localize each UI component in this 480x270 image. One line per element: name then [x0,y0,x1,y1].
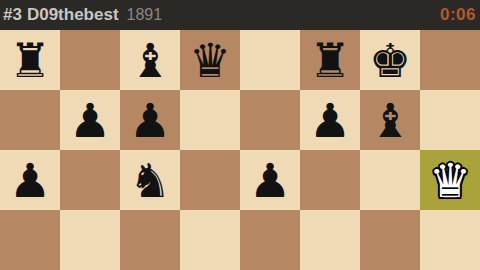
square-f5[interactable] [300,210,360,270]
black-queen: ♛ [180,30,240,90]
square-c6[interactable]: ♞ [120,150,180,210]
square-e7[interactable] [240,90,300,150]
square-f8[interactable]: ♜ [300,30,360,90]
black-pawn: ♟ [60,90,120,150]
square-g5[interactable] [360,210,420,270]
square-a7[interactable] [0,90,60,150]
black-bishop: ♝ [120,30,180,90]
player-rating: 1891 [127,6,163,24]
square-f7[interactable]: ♟ [300,90,360,150]
black-knight: ♞ [120,150,180,210]
square-c8[interactable]: ♝ [120,30,180,90]
square-b5[interactable] [60,210,120,270]
black-pawn: ♟ [300,90,360,150]
chess-tv-screen: #3 D09thebest 1891 0:06 ♜♝♛♜♚♟♟♟♝♟♞♟♛ [0,0,480,270]
black-pawn: ♟ [0,150,60,210]
black-rook: ♜ [0,30,60,90]
square-g8[interactable]: ♚ [360,30,420,90]
square-a8[interactable]: ♜ [0,30,60,90]
square-h8[interactable] [420,30,480,90]
player-clock: 0:06 [440,5,476,25]
black-pawn: ♟ [240,150,300,210]
square-a5[interactable] [0,210,60,270]
white-queen: ♛ [420,150,480,210]
square-h6[interactable]: ♛ [420,150,480,210]
square-g6[interactable] [360,150,420,210]
square-b8[interactable] [60,30,120,90]
square-h5[interactable] [420,210,480,270]
square-b6[interactable] [60,150,120,210]
black-king: ♚ [360,30,420,90]
square-g7[interactable]: ♝ [360,90,420,150]
black-bishop: ♝ [360,90,420,150]
square-f6[interactable] [300,150,360,210]
square-c5[interactable] [120,210,180,270]
square-d5[interactable] [180,210,240,270]
square-d7[interactable] [180,90,240,150]
square-b7[interactable]: ♟ [60,90,120,150]
black-rook: ♜ [300,30,360,90]
board-number: #3 [3,5,22,25]
square-h7[interactable] [420,90,480,150]
square-c7[interactable]: ♟ [120,90,180,150]
game-header: #3 D09thebest 1891 0:06 [0,0,480,30]
square-d6[interactable] [180,150,240,210]
player-name[interactable]: D09thebest [27,5,119,25]
square-e5[interactable] [240,210,300,270]
square-e6[interactable]: ♟ [240,150,300,210]
square-a6[interactable]: ♟ [0,150,60,210]
square-d8[interactable]: ♛ [180,30,240,90]
black-pawn: ♟ [120,90,180,150]
chess-board: ♜♝♛♜♚♟♟♟♝♟♞♟♛ [0,30,480,270]
square-e8[interactable] [240,30,300,90]
